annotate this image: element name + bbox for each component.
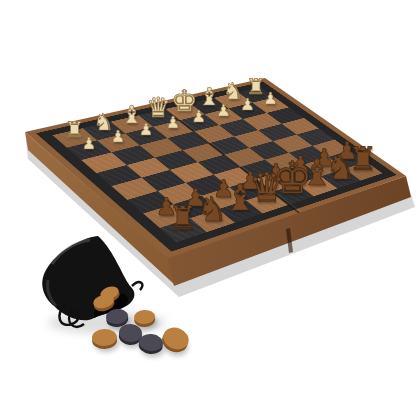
checker-disc-light (91, 292, 115, 310)
checker-disc-light (133, 309, 155, 324)
checker-disc-light (91, 328, 117, 346)
checker-disc-dark (105, 307, 128, 324)
checker-disc-light (160, 323, 192, 352)
checkers-discs (0, 0, 420, 420)
checker-disc-dark (138, 332, 164, 351)
chess-set-product-photo: ♜♞♝♛♚♝♞♜♟♟♟♟♟♟♟♟♟♟♟♟♟♟♟♟♜♞♝♛♚♝♞♜ (0, 0, 420, 420)
